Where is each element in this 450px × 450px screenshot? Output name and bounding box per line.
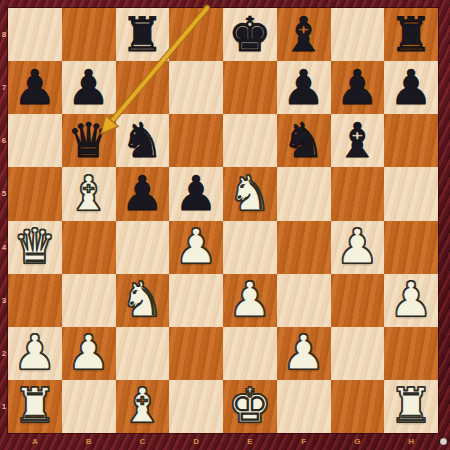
- square-d4[interactable]: ♟: [169, 221, 223, 274]
- square-h1[interactable]: ♜: [384, 380, 438, 433]
- square-h5[interactable]: [384, 167, 438, 220]
- rank-label: 1: [0, 380, 8, 433]
- square-f2[interactable]: ♟: [277, 327, 331, 380]
- rank-label: 4: [0, 221, 8, 274]
- square-a2[interactable]: ♟: [8, 327, 62, 380]
- file-label: E: [223, 434, 277, 450]
- black-pawn[interactable]: ♟: [121, 169, 164, 217]
- square-a4[interactable]: ♛: [8, 221, 62, 274]
- white-to-move-indicator: [440, 438, 447, 445]
- square-d7[interactable]: [169, 61, 223, 114]
- black-king[interactable]: ♚: [228, 10, 271, 58]
- white-queen[interactable]: ♛: [13, 222, 56, 270]
- square-f4[interactable]: [277, 221, 331, 274]
- board: ♜♚♝♜♟♟♟♟♟♛♞♞♝♝♟♟♞♛♟♟♞♟♟♟♟♟♜♝♚♜: [8, 8, 438, 433]
- black-pawn[interactable]: ♟: [67, 63, 110, 111]
- white-bishop[interactable]: ♝: [121, 381, 164, 429]
- file-label: D: [169, 434, 223, 450]
- black-bishop[interactable]: ♝: [282, 10, 325, 58]
- square-e1[interactable]: ♚: [223, 380, 277, 433]
- white-knight[interactable]: ♞: [121, 275, 164, 323]
- black-bishop[interactable]: ♝: [336, 116, 379, 164]
- square-h6[interactable]: [384, 114, 438, 167]
- chess-board-frame: 87654321 ♜♚♝♜♟♟♟♟♟♛♞♞♝♝♟♟♞♛♟♟♞♟♟♟♟♟♜♝♚♜ …: [0, 0, 450, 450]
- square-b1[interactable]: [62, 380, 116, 433]
- white-pawn[interactable]: ♟: [282, 328, 325, 376]
- rank-labels: 87654321: [0, 8, 8, 433]
- file-label: A: [8, 434, 62, 450]
- square-d8[interactable]: [169, 8, 223, 61]
- square-g3[interactable]: [331, 274, 385, 327]
- square-e2[interactable]: [223, 327, 277, 380]
- square-g6[interactable]: ♝: [331, 114, 385, 167]
- square-f8[interactable]: ♝: [277, 8, 331, 61]
- square-c4[interactable]: [116, 221, 170, 274]
- square-f3[interactable]: [277, 274, 331, 327]
- square-b3[interactable]: [62, 274, 116, 327]
- square-e4[interactable]: [223, 221, 277, 274]
- white-knight[interactable]: ♞: [228, 169, 271, 217]
- square-b6[interactable]: ♛: [62, 114, 116, 167]
- square-e7[interactable]: [223, 61, 277, 114]
- square-f7[interactable]: ♟: [277, 61, 331, 114]
- file-labels: ABCDEFGH: [8, 434, 438, 450]
- rank-label: 8: [0, 8, 8, 61]
- square-h8[interactable]: ♜: [384, 8, 438, 61]
- square-c1[interactable]: ♝: [116, 380, 170, 433]
- file-label: B: [62, 434, 116, 450]
- square-c5[interactable]: ♟: [116, 167, 170, 220]
- square-d6[interactable]: [169, 114, 223, 167]
- black-rook[interactable]: ♜: [121, 10, 164, 58]
- white-bishop[interactable]: ♝: [67, 169, 110, 217]
- black-pawn[interactable]: ♟: [175, 169, 218, 217]
- square-g1[interactable]: [331, 380, 385, 433]
- white-rook[interactable]: ♜: [13, 381, 56, 429]
- square-c7[interactable]: [116, 61, 170, 114]
- white-pawn[interactable]: ♟: [390, 275, 433, 323]
- square-c8[interactable]: ♜: [116, 8, 170, 61]
- black-queen[interactable]: ♛: [67, 116, 110, 164]
- square-b7[interactable]: ♟: [62, 61, 116, 114]
- square-h2[interactable]: [384, 327, 438, 380]
- black-pawn[interactable]: ♟: [282, 63, 325, 111]
- square-b8[interactable]: [62, 8, 116, 61]
- black-pawn[interactable]: ♟: [390, 63, 433, 111]
- white-rook[interactable]: ♜: [390, 381, 433, 429]
- square-a1[interactable]: ♜: [8, 380, 62, 433]
- rank-label: 3: [0, 274, 8, 327]
- black-knight[interactable]: ♞: [282, 116, 325, 164]
- white-king[interactable]: ♚: [228, 381, 271, 429]
- file-label: H: [384, 434, 438, 450]
- rank-label: 6: [0, 114, 8, 167]
- white-pawn[interactable]: ♟: [336, 222, 379, 270]
- square-e8[interactable]: ♚: [223, 8, 277, 61]
- black-pawn[interactable]: ♟: [13, 63, 56, 111]
- square-g5[interactable]: [331, 167, 385, 220]
- square-d5[interactable]: ♟: [169, 167, 223, 220]
- black-pawn[interactable]: ♟: [336, 63, 379, 111]
- square-a7[interactable]: ♟: [8, 61, 62, 114]
- white-pawn[interactable]: ♟: [67, 328, 110, 376]
- square-b2[interactable]: ♟: [62, 327, 116, 380]
- square-g7[interactable]: ♟: [331, 61, 385, 114]
- square-a3[interactable]: [8, 274, 62, 327]
- square-c2[interactable]: [116, 327, 170, 380]
- square-a8[interactable]: [8, 8, 62, 61]
- square-d2[interactable]: [169, 327, 223, 380]
- square-h3[interactable]: ♟: [384, 274, 438, 327]
- square-c3[interactable]: ♞: [116, 274, 170, 327]
- square-a6[interactable]: [8, 114, 62, 167]
- file-label: F: [277, 434, 331, 450]
- square-e6[interactable]: [223, 114, 277, 167]
- square-f6[interactable]: ♞: [277, 114, 331, 167]
- white-pawn[interactable]: ♟: [228, 275, 271, 323]
- square-h7[interactable]: ♟: [384, 61, 438, 114]
- white-pawn[interactable]: ♟: [13, 328, 56, 376]
- square-g8[interactable]: [331, 8, 385, 61]
- square-h4[interactable]: [384, 221, 438, 274]
- square-b5[interactable]: ♝: [62, 167, 116, 220]
- square-a5[interactable]: [8, 167, 62, 220]
- square-g2[interactable]: [331, 327, 385, 380]
- black-knight[interactable]: ♞: [121, 116, 164, 164]
- file-label: C: [116, 434, 170, 450]
- rank-label: 7: [0, 61, 8, 114]
- rank-label: 5: [0, 167, 8, 220]
- white-pawn[interactable]: ♟: [175, 222, 218, 270]
- square-f5[interactable]: [277, 167, 331, 220]
- square-c6[interactable]: ♞: [116, 114, 170, 167]
- square-e5[interactable]: ♞: [223, 167, 277, 220]
- square-b4[interactable]: [62, 221, 116, 274]
- square-f1[interactable]: [277, 380, 331, 433]
- file-label: G: [331, 434, 385, 450]
- black-rook[interactable]: ♜: [390, 10, 433, 58]
- square-g4[interactable]: ♟: [331, 221, 385, 274]
- square-d3[interactable]: [169, 274, 223, 327]
- rank-label: 2: [0, 327, 8, 380]
- square-e3[interactable]: ♟: [223, 274, 277, 327]
- square-d1[interactable]: [169, 380, 223, 433]
